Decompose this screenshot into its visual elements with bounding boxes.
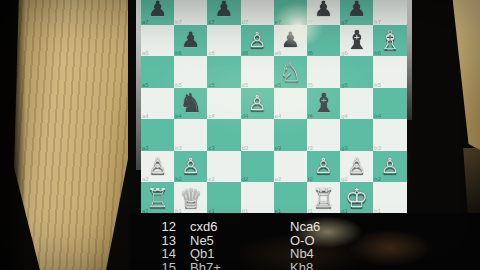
square-g4[interactable]: g4 [340, 88, 373, 120]
move-black: O-O [290, 234, 315, 248]
piece-wp-b2: ♙ [174, 151, 207, 183]
square-c2[interactable]: c2 [207, 151, 240, 183]
square-d6[interactable]: d6♙ [241, 25, 274, 57]
move-row: 12cxd6Nca6 [150, 220, 390, 234]
square-f3[interactable]: f3 [307, 119, 340, 151]
square-g7[interactable]: g7♟ [340, 0, 373, 25]
piece-bp-g7: ♟ [340, 0, 373, 25]
square-b2[interactable]: b2♙ [174, 151, 207, 183]
square-a7[interactable]: a7♟ [141, 0, 174, 25]
square-f7[interactable]: f7♟ [307, 0, 340, 25]
square-c7[interactable]: c7♟ [207, 0, 240, 25]
square-g5[interactable]: g5 [340, 56, 373, 88]
move-white: cxd6 [190, 220, 217, 234]
square-g6[interactable]: g6♝ [340, 25, 373, 57]
square-a6[interactable]: a6 [141, 25, 174, 57]
square-d7[interactable]: d7 [241, 0, 274, 25]
square-a5[interactable]: a5 [141, 56, 174, 88]
square-e5[interactable]: e5♘ [274, 56, 307, 88]
square-c6[interactable]: c6 [207, 25, 240, 57]
piece-bp-f7: ♟ [307, 0, 340, 25]
piece-bp-e6: ♟ [274, 25, 307, 57]
square-e6[interactable]: e6♟ [274, 25, 307, 57]
square-d1[interactable]: d1 [241, 182, 274, 214]
square-h3[interactable]: h3 [373, 119, 406, 151]
square-e3[interactable]: e3 [274, 119, 307, 151]
square-g2[interactable]: g2♙ [340, 151, 373, 183]
move-black: Nca6 [290, 220, 320, 234]
square-b1[interactable]: b1♕ [174, 182, 207, 214]
chess-board[interactable]: a7♟b7c7♟d7e7f7♟g7♟h7a6b6♟c6d6♙e6♟f6g6♝h6… [141, 0, 407, 214]
move-row: 15Bh7+Kh8 [150, 261, 390, 270]
piece-wn-e5: ♘ [274, 56, 307, 88]
piece-wp-d4: ♙ [241, 88, 274, 120]
square-a1[interactable]: a1♖ [141, 182, 174, 214]
square-e1[interactable]: e1 [274, 182, 307, 214]
square-d5[interactable]: d5 [241, 56, 274, 88]
wood-streaks [14, 0, 132, 270]
move-list: 12cxd6Nca613Ne5O-O14Qb1Nb415Bh7+Kh8 [150, 220, 390, 270]
square-e7[interactable]: e7 [274, 0, 307, 25]
move-row: 13Ne5O-O [150, 234, 390, 248]
piece-bp-a7: ♟ [141, 0, 174, 25]
square-c4[interactable]: c4 [207, 88, 240, 120]
piece-bn-b4: ♞ [174, 88, 207, 120]
piece-bb-g6: ♝ [340, 25, 373, 57]
piece-wr-f1: ♖ [307, 182, 340, 214]
move-row: 14Qb1Nb4 [150, 247, 390, 261]
move-no: 15 [152, 261, 176, 270]
square-f4[interactable]: f4♝ [307, 88, 340, 120]
piece-wp-f2: ♙ [307, 151, 340, 183]
square-b4[interactable]: b4♞ [174, 88, 207, 120]
square-a4[interactable]: a4 [141, 88, 174, 120]
shadow-left [0, 0, 26, 270]
square-g1[interactable]: g1♔ [340, 182, 373, 214]
square-h1[interactable]: h1 [373, 182, 406, 214]
square-d2[interactable]: d2 [241, 151, 274, 183]
piece-wb-h6: ♗ [373, 25, 406, 57]
move-no: 12 [152, 220, 176, 234]
table-edge-left [14, 0, 132, 270]
move-black: Kh8 [290, 261, 313, 270]
move-white: Qb1 [190, 247, 215, 261]
square-a3[interactable]: a3 [141, 119, 174, 151]
move-white: Ne5 [190, 234, 214, 248]
square-d4[interactable]: d4♙ [241, 88, 274, 120]
square-h5[interactable]: h5 [373, 56, 406, 88]
board-page-edge-right [406, 0, 412, 120]
square-c5[interactable]: c5 [207, 56, 240, 88]
piece-bp-b6: ♟ [174, 25, 207, 57]
square-a2[interactable]: a2♙ [141, 151, 174, 183]
square-f6[interactable]: f6 [307, 25, 340, 57]
move-black: Nb4 [290, 247, 314, 261]
move-no: 13 [152, 234, 176, 248]
piece-wq-b1: ♕ [174, 182, 207, 214]
square-f5[interactable]: f5 [307, 56, 340, 88]
square-e4[interactable]: e4 [274, 88, 307, 120]
square-g3[interactable]: g3 [340, 119, 373, 151]
square-b7[interactable]: b7 [174, 0, 207, 25]
piece-wp-d6: ♙ [241, 25, 274, 57]
piece-wp-h2: ♙ [373, 151, 406, 183]
square-c3[interactable]: c3 [207, 119, 240, 151]
piece-wp-a2: ♙ [141, 151, 174, 183]
piece-wp-g2: ♙ [340, 151, 373, 183]
piece-wk-g1: ♔ [340, 182, 373, 214]
square-h2[interactable]: h2♙ [373, 151, 406, 183]
move-no: 14 [152, 247, 176, 261]
square-h7[interactable]: h7 [373, 0, 406, 25]
piece-bb-f4: ♝ [307, 88, 340, 120]
square-e2[interactable]: e2 [274, 151, 307, 183]
square-b3[interactable]: b3 [174, 119, 207, 151]
square-c1[interactable]: c1 [207, 182, 240, 214]
square-h6[interactable]: h6♗ [373, 25, 406, 57]
square-f1[interactable]: f1♖ [307, 182, 340, 214]
square-h4[interactable]: h4 [373, 88, 406, 120]
piece-wr-a1: ♖ [141, 182, 174, 214]
photo-of-chess-app: a7♟b7c7♟d7e7f7♟g7♟h7a6b6♟c6d6♙e6♟f6g6♝h6… [0, 0, 480, 270]
piece-bp-c7: ♟ [207, 0, 240, 25]
move-white: Bh7+ [190, 261, 221, 270]
square-f2[interactable]: f2♙ [307, 151, 340, 183]
square-b6[interactable]: b6♟ [174, 25, 207, 57]
square-b5[interactable]: b5 [174, 56, 207, 88]
square-d3[interactable]: d3 [241, 119, 274, 151]
